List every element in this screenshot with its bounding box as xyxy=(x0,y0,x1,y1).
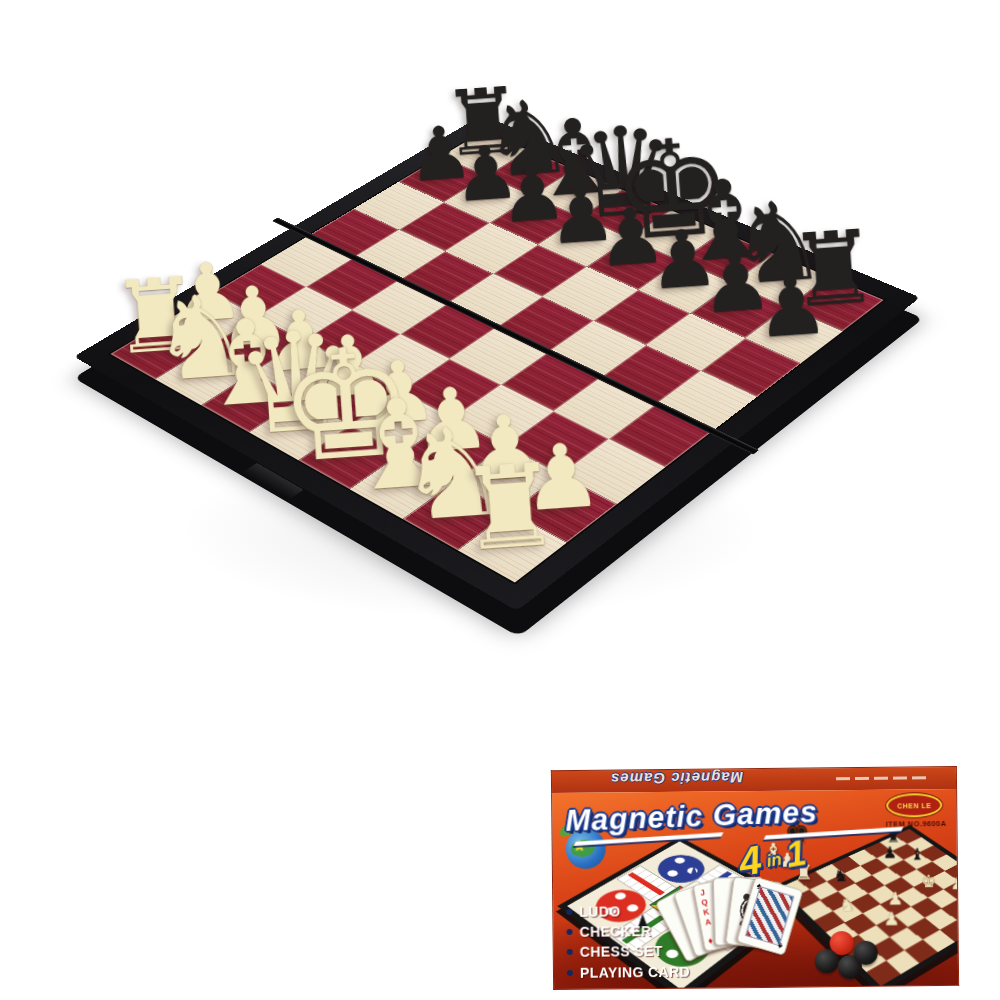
flap-title: Magnetic Games xyxy=(610,769,743,787)
item-number: ITEM NO.9600A xyxy=(886,819,947,829)
feature-ludo: LUDO xyxy=(566,901,689,923)
card-rank-letters: JQKA xyxy=(697,888,712,929)
flap-fineprint xyxy=(836,776,928,780)
white-pawn-mini: ♟ xyxy=(950,875,959,892)
box-face: Magnetic Games 4 in 1 CHEN LE ITEM NO.96… xyxy=(551,789,959,990)
feature-checker: CHECKER xyxy=(566,921,689,943)
feature-chess-set: CHESS SET xyxy=(567,941,690,963)
product-photo: ♜♞♝♛♚♝♞♜♟♟♟♟♟♟♟♟♟♟♟♟♟♟♟♟♜♞♝♛♚♝♞♜ Magneti… xyxy=(0,0,1000,1000)
black-knight-mini: ♞ xyxy=(833,868,848,885)
square-g4 xyxy=(554,377,656,438)
black-bishop-mini: ♝ xyxy=(910,847,924,863)
black-checker-disc xyxy=(815,949,839,973)
diamond-suit-icon: ♦ xyxy=(707,936,713,946)
square-b2: ♟ xyxy=(207,316,304,372)
white-king-mini: ♚ xyxy=(921,873,936,890)
badge-in: in xyxy=(765,849,783,871)
black-pawn-mini: ♟ xyxy=(883,845,897,861)
white-pawn-mini: ♟ xyxy=(883,910,899,928)
face-card-art xyxy=(745,886,794,946)
feature-playing-card: PLAYING CARD xyxy=(567,961,690,983)
white-knight-mini: ♞ xyxy=(839,897,855,915)
feature-list: LUDO CHECKER CHESS SET PLAYING CARD xyxy=(566,901,690,983)
white-pawn-mini: ♟ xyxy=(887,890,903,907)
black-checker-disc xyxy=(854,941,878,965)
product-box: Magnetic Games Magnetic Games 4 in 1 CHE… xyxy=(551,766,959,990)
spade-suit-icon: ♠ xyxy=(777,941,784,951)
